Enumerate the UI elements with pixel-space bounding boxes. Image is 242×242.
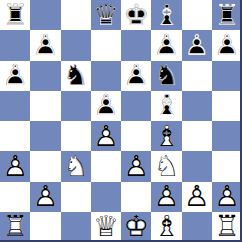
piece-glyph-outline: ♙ — [151, 182, 181, 212]
piece-glyph-outline: ♘ — [151, 61, 181, 91]
piece-black-bishop[interactable]: ♝♗ — [151, 91, 181, 121]
square-d4[interactable]: ♟♙ — [91, 121, 121, 151]
square-h6[interactable] — [212, 61, 242, 91]
piece-black-pawn[interactable]: ♟♙ — [182, 30, 212, 60]
piece-white-rook[interactable]: ♜♖ — [0, 212, 30, 242]
piece-white-rook[interactable]: ♜♖ — [212, 212, 242, 242]
piece-glyph-outline: ♙ — [212, 182, 242, 212]
square-g5[interactable] — [182, 91, 212, 121]
piece-white-pawn[interactable]: ♟♙ — [212, 182, 242, 212]
piece-glyph-outline: ♗ — [151, 0, 181, 30]
piece-black-king[interactable]: ♚♔ — [121, 0, 151, 30]
piece-black-rook[interactable]: ♜♖ — [212, 0, 242, 30]
piece-glyph-outline: ♗ — [151, 91, 181, 121]
square-a3[interactable]: ♟♙ — [0, 151, 30, 181]
piece-glyph-outline: ♗ — [151, 121, 181, 151]
square-d1[interactable]: ♛♕ — [91, 212, 121, 242]
square-d7[interactable] — [91, 30, 121, 60]
square-b3[interactable] — [30, 151, 60, 181]
piece-white-pawn[interactable]: ♟♙ — [182, 182, 212, 212]
square-a1[interactable]: ♜♖ — [0, 212, 30, 242]
piece-black-pawn[interactable]: ♟♙ — [91, 91, 121, 121]
square-f2[interactable]: ♟♙ — [151, 182, 181, 212]
piece-glyph-outline: ♖ — [212, 212, 242, 242]
chess-board-grid: ♜♖♛♕♚♔♝♗♜♖♟♙♟♙♟♙♟♙♟♙♞♘♟♙♞♘♟♙♝♗♟♙♝♗♟♙♞♘♟♙… — [0, 0, 242, 242]
square-a5[interactable] — [0, 91, 30, 121]
piece-white-knight[interactable]: ♞♘ — [61, 151, 91, 181]
square-f1[interactable]: ♝♗ — [151, 212, 181, 242]
square-e8[interactable]: ♚♔ — [121, 0, 151, 30]
square-h3[interactable] — [212, 151, 242, 181]
piece-white-king[interactable]: ♚♔ — [121, 212, 151, 242]
piece-glyph-outline: ♙ — [91, 121, 121, 151]
square-e4[interactable] — [121, 121, 151, 151]
square-a2[interactable] — [0, 182, 30, 212]
piece-black-pawn[interactable]: ♟♙ — [30, 30, 60, 60]
square-f4[interactable]: ♝♗ — [151, 121, 181, 151]
square-a7[interactable] — [0, 30, 30, 60]
piece-glyph-outline: ♘ — [61, 151, 91, 181]
square-a8[interactable]: ♜♖ — [0, 0, 30, 30]
square-f7[interactable]: ♟♙ — [151, 30, 181, 60]
piece-glyph-outline: ♙ — [91, 91, 121, 121]
piece-glyph-outline: ♙ — [212, 30, 242, 60]
square-c5[interactable] — [61, 91, 91, 121]
piece-glyph-outline: ♙ — [121, 151, 151, 181]
piece-glyph-outline: ♕ — [91, 0, 121, 30]
square-d2[interactable] — [91, 182, 121, 212]
piece-glyph-outline: ♔ — [121, 0, 151, 30]
square-f5[interactable]: ♝♗ — [151, 91, 181, 121]
piece-white-bishop[interactable]: ♝♗ — [151, 121, 181, 151]
square-b1[interactable] — [30, 212, 60, 242]
square-c2[interactable] — [61, 182, 91, 212]
square-b2[interactable]: ♟♙ — [30, 182, 60, 212]
square-h8[interactable]: ♜♖ — [212, 0, 242, 30]
piece-black-pawn[interactable]: ♟♙ — [212, 30, 242, 60]
square-g2[interactable]: ♟♙ — [182, 182, 212, 212]
piece-white-pawn[interactable]: ♟♙ — [91, 121, 121, 151]
square-e7[interactable] — [121, 30, 151, 60]
square-f3[interactable]: ♞♘ — [151, 151, 181, 181]
square-c6[interactable]: ♞♘ — [61, 61, 91, 91]
piece-glyph-outline: ♖ — [212, 0, 242, 30]
square-e3[interactable]: ♟♙ — [121, 151, 151, 181]
square-b6[interactable] — [30, 61, 60, 91]
piece-black-bishop[interactable]: ♝♗ — [151, 0, 181, 30]
piece-glyph-outline: ♕ — [91, 212, 121, 242]
piece-glyph-outline: ♙ — [0, 151, 30, 181]
piece-glyph-outline: ♙ — [0, 61, 30, 91]
piece-white-pawn[interactable]: ♟♙ — [121, 151, 151, 181]
piece-black-knight[interactable]: ♞♘ — [151, 61, 181, 91]
square-a4[interactable] — [0, 121, 30, 151]
square-d5[interactable]: ♟♙ — [91, 91, 121, 121]
piece-glyph-outline: ♖ — [0, 0, 30, 30]
piece-glyph-outline: ♙ — [182, 182, 212, 212]
square-h1[interactable]: ♜♖ — [212, 212, 242, 242]
square-g6[interactable] — [182, 61, 212, 91]
square-c7[interactable] — [61, 30, 91, 60]
piece-black-rook[interactable]: ♜♖ — [0, 0, 30, 30]
piece-black-pawn[interactable]: ♟♙ — [151, 30, 181, 60]
chess-board: ♜♖♛♕♚♔♝♗♜♖♟♙♟♙♟♙♟♙♟♙♞♘♟♙♞♘♟♙♝♗♟♙♝♗♟♙♞♘♟♙… — [0, 0, 242, 242]
piece-black-knight[interactable]: ♞♘ — [61, 61, 91, 91]
piece-white-pawn[interactable]: ♟♙ — [30, 182, 60, 212]
piece-black-pawn[interactable]: ♟♙ — [0, 61, 30, 91]
square-d8[interactable]: ♛♕ — [91, 0, 121, 30]
piece-black-pawn[interactable]: ♟♙ — [121, 61, 151, 91]
square-c8[interactable] — [61, 0, 91, 30]
piece-glyph-outline: ♙ — [151, 30, 181, 60]
square-e1[interactable]: ♚♔ — [121, 212, 151, 242]
square-e5[interactable] — [121, 91, 151, 121]
square-g3[interactable] — [182, 151, 212, 181]
square-b7[interactable]: ♟♙ — [30, 30, 60, 60]
piece-white-pawn[interactable]: ♟♙ — [151, 182, 181, 212]
piece-glyph-outline: ♘ — [151, 151, 181, 181]
square-h5[interactable] — [212, 91, 242, 121]
piece-white-pawn[interactable]: ♟♙ — [0, 151, 30, 181]
square-a6[interactable]: ♟♙ — [0, 61, 30, 91]
square-f8[interactable]: ♝♗ — [151, 0, 181, 30]
square-b8[interactable] — [30, 0, 60, 30]
square-c1[interactable] — [61, 212, 91, 242]
piece-white-knight[interactable]: ♞♘ — [151, 151, 181, 181]
square-e2[interactable] — [121, 182, 151, 212]
square-d3[interactable] — [91, 151, 121, 181]
square-g7[interactable]: ♟♙ — [182, 30, 212, 60]
square-g4[interactable] — [182, 121, 212, 151]
piece-glyph-outline: ♘ — [61, 61, 91, 91]
square-b5[interactable] — [30, 91, 60, 121]
square-g1[interactable] — [182, 212, 212, 242]
piece-glyph-outline: ♔ — [121, 212, 151, 242]
square-d6[interactable] — [91, 61, 121, 91]
piece-glyph-outline: ♙ — [30, 182, 60, 212]
square-h7[interactable]: ♟♙ — [212, 30, 242, 60]
piece-glyph-outline: ♗ — [151, 212, 181, 242]
square-b4[interactable] — [30, 121, 60, 151]
piece-white-bishop[interactable]: ♝♗ — [151, 212, 181, 242]
piece-glyph-outline: ♙ — [121, 61, 151, 91]
square-c4[interactable] — [61, 121, 91, 151]
square-h2[interactable]: ♟♙ — [212, 182, 242, 212]
piece-glyph-outline: ♙ — [30, 30, 60, 60]
piece-glyph-outline: ♙ — [182, 30, 212, 60]
piece-black-queen[interactable]: ♛♕ — [91, 0, 121, 30]
square-h4[interactable] — [212, 121, 242, 151]
square-c3[interactable]: ♞♘ — [61, 151, 91, 181]
piece-white-queen[interactable]: ♛♕ — [91, 212, 121, 242]
square-e6[interactable]: ♟♙ — [121, 61, 151, 91]
square-g8[interactable] — [182, 0, 212, 30]
piece-glyph-outline: ♖ — [0, 212, 30, 242]
square-f6[interactable]: ♞♘ — [151, 61, 181, 91]
